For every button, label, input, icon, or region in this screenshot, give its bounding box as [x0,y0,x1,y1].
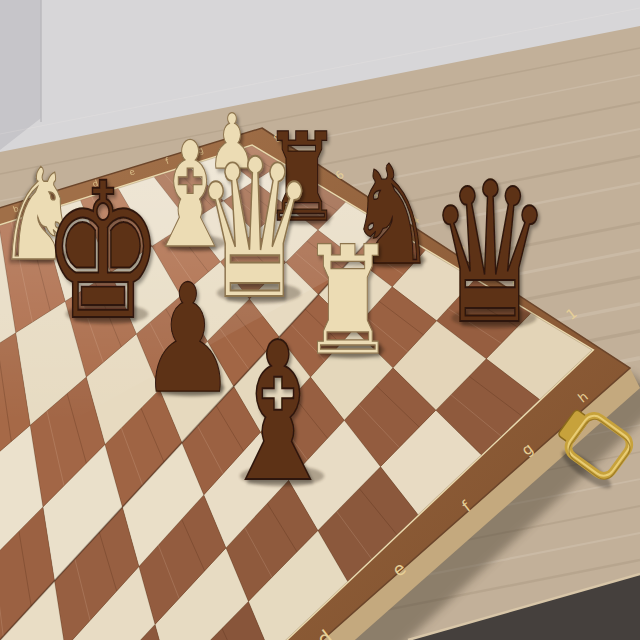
chess-photo-scene: 12345678hgfedcbahgfedcba♟♜♝♞♞♛♚♛♜♟♝ [0,0,640,640]
piece-glyph-bishop: ♝ [216,301,340,524]
piece-black-bishop-d2[interactable]: ♝ [216,301,340,524]
scene-svg: 12345678hgfedcbahgfedcba♟♜♝♞♞♛♚♛♜♟♝ [0,0,640,640]
piece-glyph-queen: ♛ [427,141,552,367]
piece-black-queen-h2[interactable]: ♛ [427,141,552,367]
